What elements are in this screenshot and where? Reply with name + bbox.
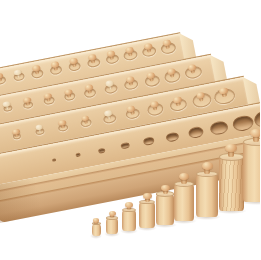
socket-hole	[75, 153, 81, 158]
cylinder-body	[174, 184, 194, 221]
knobbed-cylinder	[31, 68, 44, 79]
montessori-cylinder-blocks-photo	[0, 0, 260, 260]
loose-cylinder-1	[92, 218, 101, 236]
empty-socket	[75, 153, 81, 158]
cylinder-knob-ball	[202, 162, 213, 170]
cylinder-knob-ball	[179, 173, 189, 180]
knobbed-cylinder	[159, 41, 176, 55]
socket-hole	[52, 158, 56, 162]
knobbed-cylinder	[169, 97, 188, 112]
knobbed-cylinder	[12, 132, 21, 139]
knobbed-cylinder	[83, 87, 96, 98]
cylinder-knob-ball	[125, 202, 133, 208]
cylinder-body	[243, 142, 261, 202]
socket-hole	[97, 147, 105, 153]
knobbed-cylinder	[68, 60, 81, 71]
knobbed-cylinder	[141, 45, 157, 57]
empty-socket	[142, 136, 154, 146]
socket-hole	[142, 136, 154, 146]
knobbed-cylinder	[123, 49, 139, 61]
cylinder-knob-ball	[109, 211, 116, 216]
knobbed-cylinder	[57, 123, 68, 132]
cylinder-knob-ball	[225, 144, 237, 153]
knobbed-cylinder	[63, 92, 75, 102]
empty-socket	[52, 158, 56, 162]
knobbed-cylinder	[86, 57, 100, 68]
knobbed-cylinder	[2, 105, 12, 113]
knobbed-cylinder	[143, 74, 160, 88]
socket-hole	[209, 119, 229, 135]
knobbed-cylinder	[43, 96, 55, 106]
knobbed-cylinder	[35, 128, 45, 136]
loose-cylinder-4	[139, 193, 155, 228]
knobbed-cylinder	[49, 64, 62, 75]
loose-cylinder-7	[196, 162, 218, 217]
socket-hole	[165, 131, 179, 142]
cylinder-body	[92, 224, 101, 236]
empty-socket	[209, 119, 229, 135]
socket-hole	[187, 125, 204, 139]
loose-cylinder-6	[174, 173, 194, 221]
knobbed-cylinder	[105, 53, 119, 64]
empty-socket	[165, 131, 179, 142]
empty-socket	[187, 125, 204, 139]
socket-hole	[120, 142, 130, 150]
knobbed-cylinder	[0, 75, 6, 85]
knobbed-cylinder	[123, 78, 139, 90]
knobbed-cylinder	[184, 65, 203, 80]
knobbed-cylinder	[163, 69, 181, 84]
knobbed-cylinder	[23, 100, 34, 109]
knobbed-cylinder	[213, 86, 236, 105]
cylinder-knob-ball	[143, 193, 152, 200]
knobbed-cylinder	[146, 102, 164, 117]
knobbed-cylinder	[80, 118, 92, 128]
cylinder-knob-ball	[250, 129, 260, 138]
cylinder-body	[106, 218, 118, 234]
knobbed-cylinder	[124, 108, 140, 120]
cylinder-knob-ball	[161, 185, 170, 192]
loose-cylinder-9	[243, 129, 261, 202]
cylinder-body	[122, 210, 136, 231]
loose-cylinder-2	[106, 211, 118, 234]
knobbed-cylinder	[191, 92, 212, 109]
knobbed-cylinder	[103, 83, 117, 94]
cylinder-knob-ball	[93, 218, 99, 222]
loose-cylinder-3	[122, 202, 136, 231]
empty-socket	[97, 147, 105, 153]
empty-socket	[120, 142, 130, 150]
knobbed-cylinder	[12, 72, 24, 82]
knobbed-cylinder	[102, 113, 116, 124]
